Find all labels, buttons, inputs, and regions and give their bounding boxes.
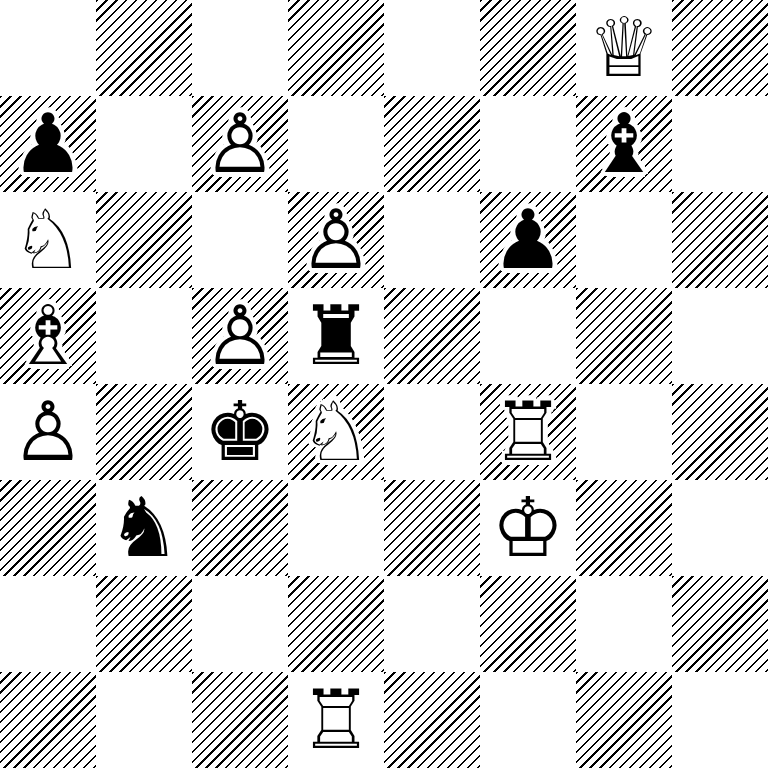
piece-white-queen[interactable]: ♛♕ — [576, 0, 672, 96]
square-f1[interactable] — [480, 672, 576, 768]
square-e7[interactable] — [384, 96, 480, 192]
knight-icon: ♞ — [96, 480, 192, 576]
square-g6[interactable] — [576, 192, 672, 288]
knight-icon: ♘ — [0, 192, 96, 288]
pawn-icon: ♙ — [288, 192, 384, 288]
square-h8[interactable] — [672, 0, 768, 96]
square-a2[interactable] — [0, 576, 96, 672]
square-f6[interactable]: ♟♟ — [480, 192, 576, 288]
bishop-icon: ♗ — [0, 288, 96, 384]
square-g1[interactable] — [576, 672, 672, 768]
pawn-icon: ♙ — [192, 288, 288, 384]
square-a4[interactable]: ♟♙ — [0, 384, 96, 480]
square-g7[interactable]: ♝♝ — [576, 96, 672, 192]
square-a8[interactable] — [0, 0, 96, 96]
square-e4[interactable] — [384, 384, 480, 480]
square-c4[interactable]: ♚♚ — [192, 384, 288, 480]
piece-white-rook[interactable]: ♜♖ — [480, 384, 576, 480]
square-h4[interactable] — [672, 384, 768, 480]
square-d1[interactable]: ♜♖ — [288, 672, 384, 768]
square-g3[interactable] — [576, 480, 672, 576]
square-e6[interactable] — [384, 192, 480, 288]
square-h1[interactable] — [672, 672, 768, 768]
square-f3[interactable]: ♚♔ — [480, 480, 576, 576]
square-b2[interactable] — [96, 576, 192, 672]
square-g4[interactable] — [576, 384, 672, 480]
piece-black-pawn[interactable]: ♟♟ — [0, 96, 96, 192]
square-c6[interactable] — [192, 192, 288, 288]
square-h5[interactable] — [672, 288, 768, 384]
square-c1[interactable] — [192, 672, 288, 768]
rook-icon: ♜ — [288, 288, 384, 384]
square-b3[interactable]: ♞♞ — [96, 480, 192, 576]
square-h6[interactable] — [672, 192, 768, 288]
square-f8[interactable] — [480, 0, 576, 96]
piece-black-pawn[interactable]: ♟♟ — [480, 192, 576, 288]
piece-white-pawn[interactable]: ♟♙ — [192, 96, 288, 192]
square-e3[interactable] — [384, 480, 480, 576]
bishop-icon: ♝ — [576, 96, 672, 192]
piece-white-knight[interactable]: ♞♘ — [288, 384, 384, 480]
piece-black-bishop[interactable]: ♝♝ — [576, 96, 672, 192]
piece-white-bishop[interactable]: ♝♗ — [0, 288, 96, 384]
square-b7[interactable] — [96, 96, 192, 192]
king-icon: ♔ — [480, 480, 576, 576]
piece-black-king[interactable]: ♚♚ — [192, 384, 288, 480]
square-e1[interactable] — [384, 672, 480, 768]
square-a5[interactable]: ♝♗ — [0, 288, 96, 384]
piece-white-pawn[interactable]: ♟♙ — [192, 288, 288, 384]
knight-icon: ♘ — [288, 384, 384, 480]
square-a6[interactable]: ♞♘ — [0, 192, 96, 288]
piece-white-pawn[interactable]: ♟♙ — [0, 384, 96, 480]
square-d7[interactable] — [288, 96, 384, 192]
rook-icon: ♖ — [288, 672, 384, 768]
queen-icon: ♕ — [576, 0, 672, 96]
square-d5[interactable]: ♜♜ — [288, 288, 384, 384]
square-c5[interactable]: ♟♙ — [192, 288, 288, 384]
square-f2[interactable] — [480, 576, 576, 672]
square-d6[interactable]: ♟♙ — [288, 192, 384, 288]
square-b5[interactable] — [96, 288, 192, 384]
piece-white-pawn[interactable]: ♟♙ — [288, 192, 384, 288]
square-d8[interactable] — [288, 0, 384, 96]
square-b8[interactable] — [96, 0, 192, 96]
square-c2[interactable] — [192, 576, 288, 672]
square-h7[interactable] — [672, 96, 768, 192]
pawn-icon: ♙ — [192, 96, 288, 192]
square-h2[interactable] — [672, 576, 768, 672]
piece-white-king[interactable]: ♚♔ — [480, 480, 576, 576]
piece-white-rook[interactable]: ♜♖ — [288, 672, 384, 768]
square-b1[interactable] — [96, 672, 192, 768]
square-c8[interactable] — [192, 0, 288, 96]
square-c3[interactable] — [192, 480, 288, 576]
pawn-icon: ♙ — [0, 384, 96, 480]
square-a7[interactable]: ♟♟ — [0, 96, 96, 192]
pawn-icon: ♟ — [0, 96, 96, 192]
square-e5[interactable] — [384, 288, 480, 384]
square-c7[interactable]: ♟♙ — [192, 96, 288, 192]
square-f5[interactable] — [480, 288, 576, 384]
square-b6[interactable] — [96, 192, 192, 288]
square-b4[interactable] — [96, 384, 192, 480]
square-a3[interactable] — [0, 480, 96, 576]
square-d2[interactable] — [288, 576, 384, 672]
square-e8[interactable] — [384, 0, 480, 96]
square-g8[interactable]: ♛♕ — [576, 0, 672, 96]
square-g5[interactable] — [576, 288, 672, 384]
square-d3[interactable] — [288, 480, 384, 576]
piece-white-knight[interactable]: ♞♘ — [0, 192, 96, 288]
square-f7[interactable] — [480, 96, 576, 192]
square-a1[interactable] — [0, 672, 96, 768]
square-e2[interactable] — [384, 576, 480, 672]
square-d4[interactable]: ♞♘ — [288, 384, 384, 480]
square-f4[interactable]: ♜♖ — [480, 384, 576, 480]
chess-board: ♛♕♟♟♟♙♝♝♞♘♟♙♟♟♝♗♟♙♜♜♟♙♚♚♞♘♜♖♞♞♚♔♜♖ — [0, 0, 768, 768]
square-h3[interactable] — [672, 480, 768, 576]
piece-black-rook[interactable]: ♜♜ — [288, 288, 384, 384]
rook-icon: ♖ — [480, 384, 576, 480]
square-g2[interactable] — [576, 576, 672, 672]
pawn-icon: ♟ — [480, 192, 576, 288]
piece-black-knight[interactable]: ♞♞ — [96, 480, 192, 576]
king-icon: ♚ — [192, 384, 288, 480]
